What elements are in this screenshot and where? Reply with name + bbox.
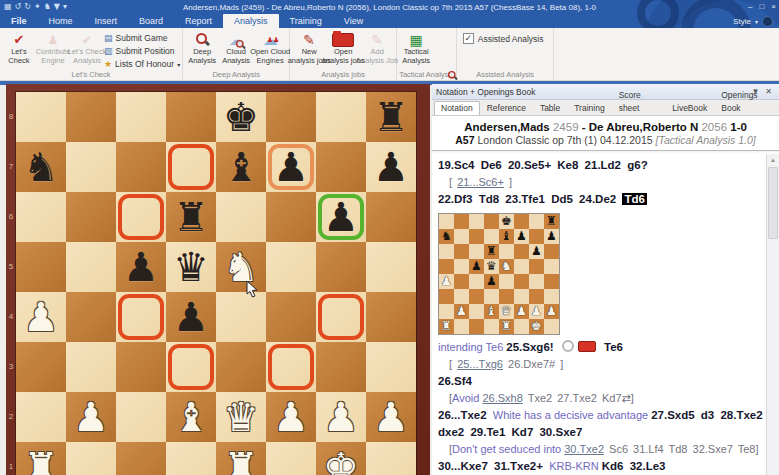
diagram-square-e6 xyxy=(499,244,514,259)
contribute-engine-icon: ♟ xyxy=(48,33,59,47)
open-analysis-jobs-icon xyxy=(332,33,354,47)
style-area: Style ▾ xyxy=(733,16,773,27)
diagram-piece: ♟ xyxy=(469,259,484,274)
notation-tab-notation[interactable]: Notation xyxy=(434,101,480,115)
square-f2[interactable]: ♟ xyxy=(266,392,316,442)
move-text: [ xyxy=(449,176,457,188)
diagram-piece: ♟ xyxy=(514,229,529,244)
button-add-analysis-job: ✎AddAnalysis Job xyxy=(360,29,394,65)
moves-list: 19.Sc4 De6 20.Se5+ Ke8 21.Ld2 g6?[ 21...… xyxy=(432,154,767,475)
square-a8[interactable] xyxy=(16,92,66,142)
square-h5[interactable] xyxy=(366,242,416,292)
notation-tabs: NotationReferenceTableTrainingScore shee… xyxy=(432,100,779,116)
notation-line: [Avoid 26.Sxh8 Txe2 27.Txe2 Kd7⇄] xyxy=(438,390,767,407)
square-a1[interactable]: ♜ xyxy=(16,442,66,475)
target-highlight xyxy=(118,194,164,240)
diagram-piece: ♟ xyxy=(544,304,559,319)
square-f6[interactable] xyxy=(266,192,316,242)
diagram-square-a4: ♟ xyxy=(439,274,454,289)
title-bar: ▦↺↻✦♞▼▾ Andersen,Mads (2459) - De Abreu,… xyxy=(0,0,779,14)
notation-line: [Don't get seduced into 30.Txe2 Sc6 31.L… xyxy=(438,441,767,458)
black-pawn[interactable]: ♟ xyxy=(316,192,366,242)
target-highlight xyxy=(318,294,364,340)
new-analysis-jobs-icon: ✎ xyxy=(303,32,315,48)
rank-label-7: 7 xyxy=(6,142,16,192)
diagram-square-e5: ♞ xyxy=(499,259,514,274)
diagram-square-f6 xyxy=(514,244,529,259)
ribbon-group-assisted-analysis: ✓Assisted AnalysisAssisted Analysis xyxy=(457,28,555,80)
square-a3[interactable] xyxy=(16,342,66,392)
square-h4[interactable] xyxy=(366,292,416,342)
notation-line: dxe2 29.Te1 Kd7 30.Sxe7 xyxy=(438,424,767,441)
diagram-square-g5 xyxy=(529,259,544,274)
magnifier-icon xyxy=(235,39,246,50)
square-h2[interactable]: ♟ xyxy=(366,392,416,442)
move-text[interactable]: 26...Txe2 xyxy=(438,409,493,421)
annotation-text: Avoid xyxy=(452,392,482,404)
notation-tab-table[interactable]: Table xyxy=(533,101,567,115)
notation-scrollbar[interactable]: ▲ xyxy=(766,154,779,475)
header-text: 2056 xyxy=(698,121,727,133)
move-text[interactable]: 26.Sf4 xyxy=(438,375,472,387)
ribbon-group-deep-analysis: DeepAnalysis☁CloudAnalysis☁♟♟Open CloudE… xyxy=(183,28,290,80)
move-text: Txe2 27.Txe2 Kd7⇄] xyxy=(523,392,634,404)
diagram-square-c8 xyxy=(469,214,484,229)
square-c6[interactable] xyxy=(116,192,166,242)
diagram-square-d4: ♟ xyxy=(484,274,499,289)
button-submit-position[interactable]: ▥Submit Position xyxy=(104,45,180,57)
diagram-piece: ♟ xyxy=(454,304,469,319)
black-pawn[interactable]: ♟ xyxy=(166,292,216,342)
move-text: Sc6 31.Lf4 Td8 32.Sxe7 Te8] xyxy=(604,443,759,455)
open-cloud-engines-icon: ☁♟♟ xyxy=(263,31,278,49)
black-pawn[interactable]: ♟ xyxy=(366,142,416,192)
diagram-square-d3 xyxy=(484,289,499,304)
white-pawn[interactable]: ♟ xyxy=(16,292,66,342)
variation-link[interactable]: 25...Txg6 xyxy=(457,358,503,370)
notation-line: intending Te6 25.Sxg6! Te6 xyxy=(438,339,767,356)
diagram-square-f2: ♟ xyxy=(514,304,529,319)
target-highlight xyxy=(118,294,164,340)
rank-label-3: 3 xyxy=(6,342,16,392)
diagram-piece: ♝ xyxy=(484,304,499,319)
rank-label-5: 5 xyxy=(6,242,16,292)
notation-tab-livebook[interactable]: LiveBook xyxy=(665,101,714,115)
diagram-square-h4 xyxy=(544,274,559,289)
square-b5[interactable] xyxy=(66,242,116,292)
square-d7[interactable] xyxy=(166,142,216,192)
diagram-square-a7: ♞ xyxy=(439,229,454,244)
diagram-square-b3 xyxy=(454,289,469,304)
diagram-square-c6 xyxy=(469,244,484,259)
notation-line: 19.Sc4 De6 20.Se5+ Ke8 21.Ld2 g6? xyxy=(438,157,767,174)
rank-label-1: 1 xyxy=(6,442,16,475)
annotation-text: intending Te6 xyxy=(438,341,506,353)
black-bishop[interactable]: ♝ xyxy=(216,142,266,192)
black-queen[interactable]: ♛ xyxy=(166,242,216,292)
chessbase-window: ▦↺↻✦♞▼▾ Andersen,Mads (2459) - De Abreu,… xyxy=(0,0,779,475)
white-queen[interactable]: ♛ xyxy=(216,392,266,442)
move-text[interactable]: 30...Kxe7 31.Txe2+ xyxy=(438,460,549,472)
window-title: Andersen,Mads (2459) - De Abreu,Roberto … xyxy=(0,3,779,12)
diagram-square-e4 xyxy=(499,274,514,289)
diagram-piece: ♟ xyxy=(439,274,454,289)
tab-board[interactable]: Board xyxy=(128,14,174,28)
diagram-square-h1 xyxy=(544,319,559,334)
button-tactical-analysis[interactable]: ▦TacticalAnalysis xyxy=(399,29,433,65)
button-let-s-check[interactable]: ✔Let'sCheck xyxy=(2,29,36,65)
notation-diagram: ♚♜♞♝♟♟♜♟♟♛♞♟♟♟♝♛♟♟♟♜♜♚ xyxy=(438,213,560,335)
diagram-square-c3 xyxy=(469,289,484,304)
checkbox-icon[interactable]: ✓ xyxy=(463,33,474,44)
diagram-square-c4 xyxy=(469,274,484,289)
window-buttons: – □ × xyxy=(748,0,776,13)
variation-link[interactable]: 30.Txe2 xyxy=(564,443,604,455)
black-rook[interactable]: ♜ xyxy=(366,92,416,142)
move-text[interactable]: 22.Df3 Td8 23.Tfe1 Dd5 24.De2 xyxy=(438,193,622,205)
add-analysis-job-icon: ✎ xyxy=(371,32,383,48)
square-b2[interactable]: ♟ xyxy=(66,392,116,442)
ring-icon xyxy=(562,340,574,352)
square-f1[interactable] xyxy=(266,442,316,475)
square-f8[interactable] xyxy=(266,92,316,142)
diagram-square-b5 xyxy=(454,259,469,274)
maximize-button[interactable]: □ xyxy=(759,0,764,13)
notation-tab-openings-book[interactable]: Openings Book xyxy=(714,88,779,115)
menu-tabs: FileHomeInsertBoardReportAnalysisTrainin… xyxy=(0,14,779,28)
tab-analysis[interactable]: Analysis xyxy=(223,14,279,28)
white-rook[interactable]: ♜ xyxy=(216,442,266,475)
diagram-square-b1 xyxy=(454,319,469,334)
diagram-square-d2: ♝ xyxy=(484,304,499,319)
variation-link[interactable]: 21...Sc6+ xyxy=(457,176,504,188)
square-e1[interactable]: ♜ xyxy=(216,442,266,475)
button-submit-game[interactable]: ▤Submit Game xyxy=(104,32,180,44)
square-a6[interactable] xyxy=(16,192,66,242)
square-d1[interactable] xyxy=(166,442,216,475)
diagram-square-e2: ♛ xyxy=(499,304,514,319)
square-b3[interactable] xyxy=(66,342,116,392)
notation-line: 30...Kxe7 31.Txe2+ KRB-KRN Kd6 32.Le3 xyxy=(438,458,767,475)
button-deep-analysis[interactable]: DeepAnalysis xyxy=(185,29,219,65)
button-lists-of-honour[interactable]: ★Lists Of Honour▾ xyxy=(104,58,180,70)
square-c1[interactable] xyxy=(116,442,166,475)
diagram-square-b4 xyxy=(454,274,469,289)
diagram-square-g2: ♟ xyxy=(529,304,544,319)
square-g7[interactable] xyxy=(316,142,366,192)
square-a5[interactable] xyxy=(16,242,66,292)
square-f4[interactable] xyxy=(266,292,316,342)
square-g2[interactable]: ♟ xyxy=(316,392,366,442)
game-header-players: Andersen,Mads 2459 - De Abreu,Roberto N … xyxy=(434,120,777,134)
header-text: Andersen,Mads xyxy=(464,121,550,133)
tab-home[interactable]: Home xyxy=(38,14,84,28)
scrollbar-thumb[interactable] xyxy=(768,167,778,239)
white-rook[interactable]: ♜ xyxy=(16,442,66,475)
button-cloud-analysis[interactable]: ☁CloudAnalysis xyxy=(219,29,253,65)
diagram-square-a5 xyxy=(439,259,454,274)
diagram-piece: ♛ xyxy=(499,304,514,319)
close-button[interactable]: × xyxy=(771,0,776,13)
diagram-piece: ♟ xyxy=(529,244,544,259)
submit-game-icon: ▤ xyxy=(104,33,113,43)
tab-file[interactable]: File xyxy=(0,14,38,28)
diagram-piece: ♟ xyxy=(484,274,499,289)
square-f3[interactable] xyxy=(266,342,316,392)
diagram-square-b8 xyxy=(454,214,469,229)
square-b1[interactable] xyxy=(66,442,116,475)
square-g5[interactable] xyxy=(316,242,366,292)
square-a7[interactable]: ♞ xyxy=(16,142,66,192)
square-g8[interactable] xyxy=(316,92,366,142)
notation-line: 26.Sf4 xyxy=(438,373,767,390)
button-let-s-check-analysis: ✔Let's CheckAnalysis xyxy=(70,29,104,65)
square-c5[interactable]: ♟ xyxy=(116,242,166,292)
annotation-text: White has a decisive advantage xyxy=(493,409,651,421)
diagram-square-e3 xyxy=(499,289,514,304)
target-highlight xyxy=(268,344,314,390)
rank-label-6: 6 xyxy=(6,192,16,242)
diagram-square-c7 xyxy=(469,229,484,244)
header-text: - xyxy=(582,121,589,133)
diagram-square-h5 xyxy=(544,259,559,274)
white-pawn[interactable]: ♟ xyxy=(266,392,316,442)
square-a4[interactable]: ♟ xyxy=(16,292,66,342)
diagram-piece: ♞ xyxy=(499,259,514,274)
diagram-square-h2: ♟ xyxy=(544,304,559,319)
square-g4[interactable] xyxy=(316,292,366,342)
ribbon-group-tactical-analysis: ▦TacticalAnalysisTactical Analysis xyxy=(397,28,457,80)
square-e2[interactable]: ♛ xyxy=(216,392,266,442)
square-d8[interactable] xyxy=(166,92,216,142)
square-h1[interactable] xyxy=(366,442,416,475)
diagram-piece: ♜ xyxy=(499,319,514,334)
game-header-event: A57 London Classic op 7th (1) 04.12.2015… xyxy=(434,134,777,147)
tab-insert[interactable]: Insert xyxy=(84,14,129,28)
diagram-piece: ♜ xyxy=(544,214,559,229)
chess-board-pane: ♚♜♞♝♟♟♜♟♟♛♞♟♟♟♝♛♟♟♟♜♜♚ 87654321 xyxy=(6,84,430,475)
annotation-text: Don't get seduced into xyxy=(452,443,564,455)
diagram-square-d1 xyxy=(484,319,499,334)
cloud-analysis-icon: ☁ xyxy=(229,31,244,49)
diagram-piece: ♟ xyxy=(544,229,559,244)
white-pawn[interactable]: ♟ xyxy=(66,392,116,442)
diagram-piece: ♚ xyxy=(529,319,544,334)
notation-line: [ 21...Sc6+ ] xyxy=(438,174,767,191)
notation-line: 26...Txe2 White has a decisive advantage… xyxy=(438,407,767,424)
square-e4[interactable] xyxy=(216,292,266,342)
notation-tab-reference[interactable]: Reference xyxy=(480,101,533,115)
square-h7[interactable]: ♟ xyxy=(366,142,416,192)
square-d6[interactable]: ♜ xyxy=(166,192,216,242)
square-h6[interactable] xyxy=(366,192,416,242)
style-menu[interactable]: Style xyxy=(733,17,751,26)
app-badge-icon xyxy=(762,16,773,27)
diagram-square-g6: ♟ xyxy=(529,244,544,259)
square-c4[interactable] xyxy=(116,292,166,342)
move-text[interactable]: 19.Sc4 De6 20.Se5+ Ke8 21.Ld2 g6? xyxy=(438,159,648,171)
square-c7[interactable] xyxy=(116,142,166,192)
minimize-button[interactable]: – xyxy=(748,0,752,13)
square-d5[interactable]: ♛ xyxy=(166,242,216,292)
notation-tab-score-sheet[interactable]: Score sheet xyxy=(612,88,666,115)
diagram-piece: ♚ xyxy=(499,214,514,229)
notation-tab-training[interactable]: Training xyxy=(567,101,611,115)
square-e8[interactable]: ♚ xyxy=(216,92,266,142)
tactical-analysis-icon: ▦ xyxy=(410,32,423,48)
diagram-piece: ♜ xyxy=(439,319,454,334)
variation-link[interactable]: 26.Sxh8 xyxy=(482,392,522,404)
rank-label-8: 8 xyxy=(6,92,16,142)
rank-label-2: 2 xyxy=(6,392,16,442)
diagram-square-f1 xyxy=(514,319,529,334)
header-text: De Abreu,Roberto N xyxy=(589,121,698,133)
diagram-square-g4 xyxy=(529,274,544,289)
move-text: ] xyxy=(504,176,512,188)
move-text[interactable]: 25.Sxg6! xyxy=(506,341,560,353)
diagram-square-b2: ♟ xyxy=(454,304,469,319)
current-move[interactable]: Td6 xyxy=(622,193,646,205)
white-king[interactable]: ♚ xyxy=(316,442,366,475)
dropdown-icon: ▾ xyxy=(177,61,180,68)
move-text: 26.Dxe7# ] xyxy=(503,358,563,370)
diagram-square-g8 xyxy=(529,214,544,229)
ribbon: ✔Let'sCheck♟ContributeEngine✔Let's Check… xyxy=(0,28,779,81)
header-text: [Tactical Analysis 1.0] xyxy=(656,134,756,146)
diagram-square-h3 xyxy=(544,289,559,304)
square-h3[interactable] xyxy=(366,342,416,392)
rank-label-4: 4 xyxy=(6,292,16,342)
diagram-square-b7 xyxy=(454,229,469,244)
square-b6[interactable] xyxy=(66,192,116,242)
diagram-square-e1: ♜ xyxy=(499,319,514,334)
square-g6[interactable]: ♟ xyxy=(316,192,366,242)
ribbon-group-analysis-jobs: ✎Newanalysis jobsOpenanalysis jobs✎AddAn… xyxy=(290,28,397,80)
tab-training[interactable]: Training xyxy=(279,14,333,28)
diagram-square-f7: ♟ xyxy=(514,229,529,244)
notation-pane: Notation + Openings Book ▼ ✕ NotationRef… xyxy=(432,84,779,475)
mouse-cursor xyxy=(246,281,259,298)
diagram-square-g1: ♚ xyxy=(529,319,544,334)
target-highlight xyxy=(168,144,214,190)
move-text[interactable]: dxe2 29.Te1 Kd7 30.Sxe7 xyxy=(438,426,582,438)
diagram-square-f3 xyxy=(514,289,529,304)
square-c3[interactable] xyxy=(116,342,166,392)
header-text: 2459 xyxy=(550,121,582,133)
diagram-square-c2 xyxy=(469,304,484,319)
diagram-square-a1: ♜ xyxy=(439,319,454,334)
diagram-square-f8 xyxy=(514,214,529,229)
red-marker-icon xyxy=(578,341,596,352)
square-f5[interactable] xyxy=(266,242,316,292)
annotation-text: KRB-KRN xyxy=(549,460,602,472)
button-open-cloud-engines[interactable]: ☁♟♟Open CloudEngines xyxy=(253,29,287,65)
diagram-square-g3 xyxy=(529,289,544,304)
lists-of-honour-icon: ★ xyxy=(104,59,112,69)
assisted-analysis-checkbox[interactable]: ✓Assisted Analysis xyxy=(459,29,552,44)
square-d4[interactable]: ♟ xyxy=(166,292,216,342)
tab-report[interactable]: Report xyxy=(174,14,223,28)
square-e3[interactable] xyxy=(216,342,266,392)
diagram-square-h7: ♟ xyxy=(544,229,559,244)
game-header: Andersen,Mads 2459 - De Abreu,Roberto N … xyxy=(432,116,779,151)
move-text[interactable]: Te6 xyxy=(598,341,623,353)
move-text[interactable]: Kd6 32.Le3 xyxy=(602,460,666,472)
square-d2[interactable]: ♝ xyxy=(166,392,216,442)
header-text: A57 xyxy=(455,134,474,146)
square-g3[interactable] xyxy=(316,342,366,392)
diagram-square-a8 xyxy=(439,214,454,229)
diagram-square-e8: ♚ xyxy=(499,214,514,229)
square-e6[interactable] xyxy=(216,192,266,242)
button-open-analysis-jobs[interactable]: Openanalysis jobs xyxy=(326,29,360,65)
header-text: London Classic op 7th (1) 04.12.2015 xyxy=(475,134,656,146)
square-d3[interactable] xyxy=(166,342,216,392)
black-pawn[interactable]: ♟ xyxy=(266,142,316,192)
diagram-square-d5: ♛ xyxy=(484,259,499,274)
diagram-square-g7 xyxy=(529,229,544,244)
lets-check-analysis-icon: ✔ xyxy=(82,33,92,47)
diagram-square-d8 xyxy=(484,214,499,229)
diagram-square-f4 xyxy=(514,274,529,289)
diagram-square-a3 xyxy=(439,289,454,304)
black-king[interactable]: ♚ xyxy=(216,92,266,142)
diagram-square-b6 xyxy=(454,244,469,259)
diagram-piece: ♜ xyxy=(484,244,499,259)
diagram-square-f5 xyxy=(514,259,529,274)
diagram-square-a6 xyxy=(439,244,454,259)
diagram-square-c1 xyxy=(469,319,484,334)
square-c2[interactable] xyxy=(116,392,166,442)
square-h8[interactable]: ♜ xyxy=(366,92,416,142)
square-a2[interactable] xyxy=(16,392,66,442)
square-g1[interactable]: ♚ xyxy=(316,442,366,475)
square-f7[interactable]: ♟ xyxy=(266,142,316,192)
black-pawn[interactable]: ♟ xyxy=(116,242,166,292)
ribbon-group-let-s-check: ✔Let'sCheck♟ContributeEngine✔Let's Check… xyxy=(0,28,183,80)
tab-view[interactable]: View xyxy=(333,14,374,28)
white-pawn[interactable]: ♟ xyxy=(366,392,416,442)
black-knight[interactable]: ♞ xyxy=(16,142,66,192)
black-rook[interactable]: ♜ xyxy=(166,192,216,242)
square-b8[interactable] xyxy=(66,92,116,142)
move-text[interactable]: 27.Sxd5 d3 28.Txe2 xyxy=(651,409,762,421)
white-pawn[interactable]: ♟ xyxy=(316,392,366,442)
square-b4[interactable] xyxy=(66,292,116,342)
notation-line: [ 25...Txg6 26.Dxe7# ] xyxy=(438,356,767,373)
square-c8[interactable] xyxy=(116,92,166,142)
diagram-square-d6: ♜ xyxy=(484,244,499,259)
diagram-square-a2 xyxy=(439,304,454,319)
lets-check-icon: ✔ xyxy=(14,32,25,47)
window-chrome: ▦↺↻✦♞▼▾ Andersen,Mads (2459) - De Abreu,… xyxy=(0,0,779,28)
scroll-up-icon[interactable]: ▲ xyxy=(767,154,779,166)
notation-line: 22.Df3 Td8 23.Tfe1 Dd5 24.De2 Td6 xyxy=(438,191,767,208)
move-text: [ xyxy=(449,358,457,370)
deep-analysis-icon xyxy=(195,32,210,47)
diagram-piece: ♟ xyxy=(529,304,544,319)
chess-board[interactable]: ♚♜♞♝♟♟♜♟♟♛♞♟♟♟♝♛♟♟♟♜♜♚ xyxy=(16,92,416,475)
white-bishop[interactable]: ♝ xyxy=(166,392,216,442)
pane-title: Notation + Openings Book xyxy=(436,87,748,97)
square-b7[interactable] xyxy=(66,142,116,192)
diagram-square-e7: ♝ xyxy=(499,229,514,244)
diagram-piece: ♟ xyxy=(514,304,529,319)
diagram-square-h8: ♜ xyxy=(544,214,559,229)
target-highlight xyxy=(168,344,214,390)
style-dropdown-icon[interactable]: ▾ xyxy=(755,18,758,25)
square-e7[interactable]: ♝ xyxy=(216,142,266,192)
